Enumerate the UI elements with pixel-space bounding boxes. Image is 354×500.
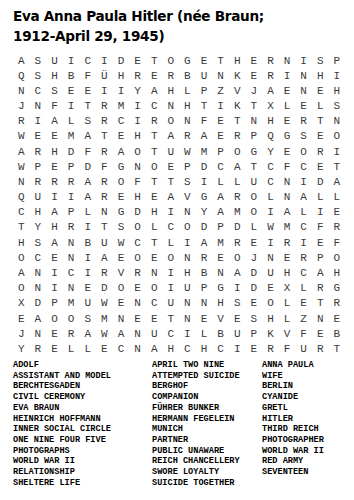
grid-cell-r4c5[interactable]: T: [79, 99, 96, 114]
grid-cell-r6c1[interactable]: W: [13, 129, 30, 144]
grid-cell-r13c3[interactable]: A: [46, 235, 63, 250]
grid-cell-r4c6[interactable]: R: [96, 99, 113, 114]
grid-cell-r17c15[interactable]: E: [246, 296, 263, 311]
grid-cell-r16c14[interactable]: I: [229, 281, 246, 296]
grid-cell-r10c18[interactable]: A: [295, 190, 312, 205]
grid-cell-r12c7[interactable]: S: [113, 220, 130, 235]
grid-cell-r3c1[interactable]: N: [13, 83, 30, 98]
grid-cell-r9c6[interactable]: R: [96, 174, 113, 189]
grid-cell-r15c14[interactable]: A: [229, 265, 246, 280]
grid-cell-r2c1[interactable]: Q: [13, 68, 30, 83]
grid-cell-r15c12[interactable]: B: [196, 265, 213, 280]
grid-cell-r13c10[interactable]: L: [162, 235, 179, 250]
grid-cell-r7c18[interactable]: O: [295, 144, 312, 159]
grid-cell-r1c11[interactable]: G: [179, 53, 196, 68]
grid-cell-r19c20[interactable]: B: [329, 326, 346, 341]
grid-cell-r2c12[interactable]: U: [196, 68, 213, 83]
grid-cell-r17c14[interactable]: S: [229, 296, 246, 311]
grid-cell-r14c19[interactable]: P: [312, 250, 329, 265]
grid-cell-r20c2[interactable]: R: [30, 341, 47, 356]
grid-cell-r1c9[interactable]: T: [146, 53, 163, 68]
grid-cell-r5c10[interactable]: O: [162, 114, 179, 129]
grid-cell-r11c19[interactable]: I: [312, 205, 329, 220]
grid-cell-r19c8[interactable]: N: [129, 326, 146, 341]
grid-cell-r19c3[interactable]: E: [46, 326, 63, 341]
grid-cell-r12c15[interactable]: L: [246, 220, 263, 235]
grid-cell-r3c5[interactable]: E: [79, 83, 96, 98]
grid-cell-r8c17[interactable]: F: [279, 159, 296, 174]
grid-cell-r5c11[interactable]: N: [179, 114, 196, 129]
grid-cell-r8c12[interactable]: D: [196, 159, 213, 174]
grid-cell-r18c18[interactable]: Z: [295, 311, 312, 326]
grid-cell-r12c20[interactable]: R: [329, 220, 346, 235]
grid-cell-r1c12[interactable]: E: [196, 53, 213, 68]
grid-cell-r2c18[interactable]: N: [295, 68, 312, 83]
grid-cell-r14c2[interactable]: C: [30, 250, 47, 265]
grid-cell-r16c9[interactable]: O: [146, 281, 163, 296]
grid-cell-r13c1[interactable]: H: [13, 235, 30, 250]
grid-cell-r2c8[interactable]: R: [129, 68, 146, 83]
grid-cell-r14c6[interactable]: A: [96, 250, 113, 265]
grid-cell-r17c20[interactable]: R: [329, 296, 346, 311]
grid-cell-r19c19[interactable]: E: [312, 326, 329, 341]
grid-cell-r3c13[interactable]: Z: [212, 83, 229, 98]
grid-cell-r9c4[interactable]: R: [63, 174, 80, 189]
grid-cell-r8c14[interactable]: A: [229, 159, 246, 174]
grid-cell-r20c14[interactable]: I: [229, 341, 246, 356]
grid-cell-r3c17[interactable]: E: [279, 83, 296, 98]
grid-cell-r6c5[interactable]: A: [79, 129, 96, 144]
grid-cell-r15c1[interactable]: A: [13, 265, 30, 280]
grid-cell-r19c5[interactable]: A: [79, 326, 96, 341]
grid-cell-r4c4[interactable]: I: [63, 99, 80, 114]
grid-cell-r8c6[interactable]: F: [96, 159, 113, 174]
grid-cell-r2c10[interactable]: R: [162, 68, 179, 83]
grid-cell-r19c9[interactable]: U: [146, 326, 163, 341]
grid-cell-r16c16[interactable]: E: [262, 281, 279, 296]
grid-cell-r1c19[interactable]: S: [312, 53, 329, 68]
grid-cell-r16c6[interactable]: D: [96, 281, 113, 296]
grid-cell-r16c10[interactable]: I: [162, 281, 179, 296]
grid-cell-r12c5[interactable]: I: [79, 220, 96, 235]
grid-cell-r9c7[interactable]: O: [113, 174, 130, 189]
grid-cell-r15c9[interactable]: N: [146, 265, 163, 280]
grid-cell-r6c16[interactable]: Q: [262, 129, 279, 144]
grid-cell-r11c18[interactable]: L: [295, 205, 312, 220]
grid-cell-r20c6[interactable]: E: [96, 341, 113, 356]
grid-cell-r9c1[interactable]: N: [13, 174, 30, 189]
grid-cell-r5c12[interactable]: F: [196, 114, 213, 129]
grid-cell-r10c19[interactable]: L: [312, 190, 329, 205]
grid-cell-r15c15[interactable]: D: [246, 265, 263, 280]
grid-cell-r4c18[interactable]: E: [295, 99, 312, 114]
grid-cell-r6c6[interactable]: T: [96, 129, 113, 144]
grid-cell-r16c12[interactable]: P: [196, 281, 213, 296]
grid-cell-r15c13[interactable]: N: [212, 265, 229, 280]
grid-cell-r7c1[interactable]: A: [13, 144, 30, 159]
grid-cell-r16c20[interactable]: G: [329, 281, 346, 296]
grid-cell-r7c14[interactable]: O: [229, 144, 246, 159]
grid-cell-r4c14[interactable]: K: [229, 99, 246, 114]
grid-cell-r2c9[interactable]: E: [146, 68, 163, 83]
grid-cell-r19c1[interactable]: J: [13, 326, 30, 341]
grid-cell-r12c10[interactable]: C: [162, 220, 179, 235]
grid-cell-r17c11[interactable]: N: [179, 296, 196, 311]
grid-cell-r12c19[interactable]: F: [312, 220, 329, 235]
grid-cell-r5c2[interactable]: I: [30, 114, 47, 129]
grid-cell-r20c9[interactable]: A: [146, 341, 163, 356]
grid-cell-r10c2[interactable]: U: [30, 190, 47, 205]
grid-cell-r3c16[interactable]: A: [262, 83, 279, 98]
grid-cell-r20c4[interactable]: L: [63, 341, 80, 356]
grid-cell-r8c11[interactable]: P: [179, 159, 196, 174]
grid-cell-r6c9[interactable]: T: [146, 129, 163, 144]
grid-cell-r10c10[interactable]: A: [162, 190, 179, 205]
grid-cell-r16c11[interactable]: U: [179, 281, 196, 296]
grid-cell-r14c8[interactable]: O: [129, 250, 146, 265]
grid-cell-r2c4[interactable]: B: [63, 68, 80, 83]
grid-cell-r18c17[interactable]: L: [279, 311, 296, 326]
grid-cell-r13c4[interactable]: N: [63, 235, 80, 250]
grid-cell-r1c5[interactable]: C: [79, 53, 96, 68]
grid-cell-r5c17[interactable]: E: [279, 114, 296, 129]
grid-cell-r18c8[interactable]: E: [129, 311, 146, 326]
grid-cell-r2c20[interactable]: I: [329, 68, 346, 83]
grid-cell-r14c3[interactable]: E: [46, 250, 63, 265]
grid-cell-r4c11[interactable]: H: [179, 99, 196, 114]
grid-cell-r5c3[interactable]: A: [46, 114, 63, 129]
grid-cell-r12c18[interactable]: C: [295, 220, 312, 235]
grid-cell-r14c9[interactable]: E: [146, 250, 163, 265]
grid-cell-r20c19[interactable]: R: [312, 341, 329, 356]
grid-cell-r20c11[interactable]: C: [179, 341, 196, 356]
grid-cell-r8c20[interactable]: T: [329, 159, 346, 174]
grid-cell-r9c9[interactable]: T: [146, 174, 163, 189]
grid-cell-r19c15[interactable]: P: [246, 326, 263, 341]
grid-cell-r5c5[interactable]: S: [79, 114, 96, 129]
grid-cell-r11c3[interactable]: A: [46, 205, 63, 220]
grid-cell-r10c9[interactable]: E: [146, 190, 163, 205]
grid-cell-r11c2[interactable]: H: [30, 205, 47, 220]
grid-cell-r15c8[interactable]: R: [129, 265, 146, 280]
grid-cell-r20c7[interactable]: C: [113, 341, 130, 356]
grid-cell-r18c15[interactable]: S: [246, 311, 263, 326]
grid-cell-r16c1[interactable]: O: [13, 281, 30, 296]
grid-cell-r4c17[interactable]: L: [279, 99, 296, 114]
grid-cell-r6c11[interactable]: R: [179, 129, 196, 144]
grid-cell-r4c20[interactable]: S: [329, 99, 346, 114]
grid-cell-r16c17[interactable]: X: [279, 281, 296, 296]
grid-cell-r1c16[interactable]: R: [262, 53, 279, 68]
grid-cell-r1c7[interactable]: D: [113, 53, 130, 68]
grid-cell-r18c1[interactable]: E: [13, 311, 30, 326]
grid-cell-r17c10[interactable]: U: [162, 296, 179, 311]
grid-cell-r13c9[interactable]: T: [146, 235, 163, 250]
grid-cell-r7c5[interactable]: F: [79, 144, 96, 159]
grid-cell-r4c13[interactable]: I: [212, 99, 229, 114]
grid-cell-r6c19[interactable]: E: [312, 129, 329, 144]
grid-cell-r18c7[interactable]: N: [113, 311, 130, 326]
grid-cell-r1c18[interactable]: I: [295, 53, 312, 68]
grid-cell-r11c8[interactable]: D: [129, 205, 146, 220]
grid-cell-r4c3[interactable]: F: [46, 99, 63, 114]
grid-cell-r7c19[interactable]: R: [312, 144, 329, 159]
grid-cell-r10c15[interactable]: O: [246, 190, 263, 205]
grid-cell-r2c11[interactable]: B: [179, 68, 196, 83]
grid-cell-r9c3[interactable]: R: [46, 174, 63, 189]
grid-cell-r14c10[interactable]: O: [162, 250, 179, 265]
grid-cell-r4c7[interactable]: M: [113, 99, 130, 114]
grid-cell-r13c13[interactable]: M: [212, 235, 229, 250]
grid-cell-r7c12[interactable]: M: [196, 144, 213, 159]
grid-cell-r12c11[interactable]: O: [179, 220, 196, 235]
grid-cell-r6c13[interactable]: E: [212, 129, 229, 144]
grid-cell-r3c15[interactable]: J: [246, 83, 263, 98]
grid-cell-r17c16[interactable]: O: [262, 296, 279, 311]
grid-cell-r3c11[interactable]: L: [179, 83, 196, 98]
grid-cell-r18c12[interactable]: E: [196, 311, 213, 326]
grid-cell-r9c10[interactable]: T: [162, 174, 179, 189]
grid-cell-r9c5[interactable]: A: [79, 174, 96, 189]
grid-cell-r8c9[interactable]: O: [146, 159, 163, 174]
grid-cell-r14c18[interactable]: R: [295, 250, 312, 265]
grid-cell-r17c17[interactable]: L: [279, 296, 296, 311]
grid-cell-r19c18[interactable]: F: [295, 326, 312, 341]
grid-cell-r16c7[interactable]: O: [113, 281, 130, 296]
grid-cell-r9c13[interactable]: L: [212, 174, 229, 189]
grid-cell-r8c10[interactable]: E: [162, 159, 179, 174]
grid-cell-r14c16[interactable]: N: [262, 250, 279, 265]
grid-cell-r13c5[interactable]: B: [79, 235, 96, 250]
grid-cell-r11c9[interactable]: H: [146, 205, 163, 220]
grid-cell-r13c17[interactable]: R: [279, 235, 296, 250]
grid-cell-r14c12[interactable]: R: [196, 250, 213, 265]
grid-cell-r12c6[interactable]: T: [96, 220, 113, 235]
grid-cell-r11c6[interactable]: N: [96, 205, 113, 220]
grid-cell-r18c2[interactable]: A: [30, 311, 47, 326]
grid-cell-r7c16[interactable]: Y: [262, 144, 279, 159]
grid-cell-r8c18[interactable]: C: [295, 159, 312, 174]
grid-cell-r10c14[interactable]: R: [229, 190, 246, 205]
grid-cell-r4c19[interactable]: L: [312, 99, 329, 114]
grid-cell-r8c1[interactable]: W: [13, 159, 30, 174]
grid-cell-r9c20[interactable]: A: [329, 174, 346, 189]
grid-cell-r14c1[interactable]: O: [13, 250, 30, 265]
grid-cell-r16c13[interactable]: G: [212, 281, 229, 296]
grid-cell-r18c16[interactable]: H: [262, 311, 279, 326]
grid-cell-r4c2[interactable]: N: [30, 99, 47, 114]
grid-cell-r20c18[interactable]: U: [295, 341, 312, 356]
grid-cell-r6c8[interactable]: H: [129, 129, 146, 144]
grid-cell-r10c13[interactable]: A: [212, 190, 229, 205]
grid-cell-r1c10[interactable]: O: [162, 53, 179, 68]
grid-cell-r5c9[interactable]: R: [146, 114, 163, 129]
grid-cell-r20c15[interactable]: E: [246, 341, 263, 356]
grid-cell-r15c5[interactable]: I: [79, 265, 96, 280]
grid-cell-r4c9[interactable]: C: [146, 99, 163, 114]
grid-cell-r15c3[interactable]: I: [46, 265, 63, 280]
grid-cell-r5c1[interactable]: R: [13, 114, 30, 129]
grid-cell-r14c14[interactable]: O: [229, 250, 246, 265]
grid-cell-r15c2[interactable]: N: [30, 265, 47, 280]
grid-cell-r10c5[interactable]: A: [79, 190, 96, 205]
grid-cell-r12c3[interactable]: H: [46, 220, 63, 235]
grid-cell-r2c3[interactable]: H: [46, 68, 63, 83]
grid-cell-r5c8[interactable]: I: [129, 114, 146, 129]
grid-cell-r13c14[interactable]: R: [229, 235, 246, 250]
grid-cell-r19c14[interactable]: U: [229, 326, 246, 341]
grid-cell-r5c4[interactable]: L: [63, 114, 80, 129]
grid-cell-r19c13[interactable]: B: [212, 326, 229, 341]
grid-cell-r16c2[interactable]: N: [30, 281, 47, 296]
grid-cell-r18c19[interactable]: N: [312, 311, 329, 326]
grid-cell-r10c6[interactable]: R: [96, 190, 113, 205]
grid-cell-r19c16[interactable]: K: [262, 326, 279, 341]
grid-cell-r4c10[interactable]: N: [162, 99, 179, 114]
grid-cell-r6c18[interactable]: S: [295, 129, 312, 144]
grid-cell-r12c17[interactable]: M: [279, 220, 296, 235]
grid-cell-r6c2[interactable]: E: [30, 129, 47, 144]
grid-cell-r13c16[interactable]: I: [262, 235, 279, 250]
grid-cell-r11c1[interactable]: C: [13, 205, 30, 220]
grid-cell-r17c1[interactable]: X: [13, 296, 30, 311]
grid-cell-r17c6[interactable]: W: [96, 296, 113, 311]
grid-cell-r18c14[interactable]: E: [229, 311, 246, 326]
grid-cell-r13c12[interactable]: A: [196, 235, 213, 250]
grid-cell-r16c8[interactable]: E: [129, 281, 146, 296]
grid-cell-r2c14[interactable]: K: [229, 68, 246, 83]
grid-cell-r17c19[interactable]: T: [312, 296, 329, 311]
grid-cell-r14c7[interactable]: E: [113, 250, 130, 265]
grid-cell-r1c15[interactable]: E: [246, 53, 263, 68]
grid-cell-r17c3[interactable]: P: [46, 296, 63, 311]
grid-cell-r8c19[interactable]: E: [312, 159, 329, 174]
grid-cell-r3c9[interactable]: A: [146, 83, 163, 98]
grid-cell-r19c6[interactable]: W: [96, 326, 113, 341]
grid-cell-r7c13[interactable]: P: [212, 144, 229, 159]
grid-cell-r1c13[interactable]: T: [212, 53, 229, 68]
grid-cell-r4c15[interactable]: T: [246, 99, 263, 114]
grid-cell-r19c12[interactable]: L: [196, 326, 213, 341]
grid-cell-r8c3[interactable]: E: [46, 159, 63, 174]
grid-cell-r2c13[interactable]: N: [212, 68, 229, 83]
grid-cell-r9c17[interactable]: N: [279, 174, 296, 189]
grid-cell-r1c14[interactable]: H: [229, 53, 246, 68]
grid-cell-r15c7[interactable]: V: [113, 265, 130, 280]
grid-cell-r13c6[interactable]: U: [96, 235, 113, 250]
grid-cell-r12c4[interactable]: R: [63, 220, 80, 235]
grid-cell-r6c12[interactable]: A: [196, 129, 213, 144]
grid-cell-r12c14[interactable]: D: [229, 220, 246, 235]
grid-cell-r7c20[interactable]: I: [329, 144, 346, 159]
grid-cell-r3c12[interactable]: P: [196, 83, 213, 98]
grid-cell-r12c1[interactable]: T: [13, 220, 30, 235]
grid-cell-r16c3[interactable]: I: [46, 281, 63, 296]
grid-cell-r6c10[interactable]: A: [162, 129, 179, 144]
grid-cell-r3c3[interactable]: S: [46, 83, 63, 98]
grid-cell-r19c4[interactable]: R: [63, 326, 80, 341]
grid-cell-r10c1[interactable]: Q: [13, 190, 30, 205]
grid-cell-r7c10[interactable]: U: [162, 144, 179, 159]
grid-cell-r10c20[interactable]: L: [329, 190, 346, 205]
grid-cell-r5c18[interactable]: R: [295, 114, 312, 129]
grid-cell-r16c4[interactable]: N: [63, 281, 80, 296]
grid-cell-r16c19[interactable]: R: [312, 281, 329, 296]
grid-cell-r8c13[interactable]: C: [212, 159, 229, 174]
grid-cell-r11c17[interactable]: A: [279, 205, 296, 220]
grid-cell-r5c6[interactable]: R: [96, 114, 113, 129]
grid-cell-r7c3[interactable]: H: [46, 144, 63, 159]
grid-cell-r19c11[interactable]: I: [179, 326, 196, 341]
grid-cell-r5c14[interactable]: T: [229, 114, 246, 129]
grid-cell-r9c12[interactable]: I: [196, 174, 213, 189]
grid-cell-r9c2[interactable]: R: [30, 174, 47, 189]
grid-cell-r4c16[interactable]: X: [262, 99, 279, 114]
grid-cell-r3c20[interactable]: H: [329, 83, 346, 98]
grid-cell-r20c16[interactable]: R: [262, 341, 279, 356]
grid-cell-r20c1[interactable]: Y: [13, 341, 30, 356]
grid-cell-r17c12[interactable]: N: [196, 296, 213, 311]
grid-cell-r2c6[interactable]: Ü: [96, 68, 113, 83]
grid-cell-r14c4[interactable]: N: [63, 250, 80, 265]
grid-cell-r19c7[interactable]: A: [113, 326, 130, 341]
grid-cell-r9c15[interactable]: U: [246, 174, 263, 189]
grid-cell-r14c15[interactable]: J: [246, 250, 263, 265]
grid-cell-r3c2[interactable]: C: [30, 83, 47, 98]
grid-cell-r18c5[interactable]: S: [79, 311, 96, 326]
grid-cell-r17c18[interactable]: E: [295, 296, 312, 311]
grid-cell-r11c16[interactable]: I: [262, 205, 279, 220]
grid-cell-r14c11[interactable]: N: [179, 250, 196, 265]
grid-cell-r20c20[interactable]: T: [329, 341, 346, 356]
grid-cell-r3c18[interactable]: N: [295, 83, 312, 98]
grid-cell-r12c8[interactable]: O: [129, 220, 146, 235]
word-search-grid[interactable]: ASUICIDETOGETHERNISPQSHBFÜHRERBUNKERINHI…: [13, 53, 345, 356]
grid-cell-r20c17[interactable]: F: [279, 341, 296, 356]
grid-cell-r13c18[interactable]: I: [295, 235, 312, 250]
grid-cell-r17c2[interactable]: D: [30, 296, 47, 311]
grid-cell-r20c3[interactable]: E: [46, 341, 63, 356]
grid-cell-r17c8[interactable]: N: [129, 296, 146, 311]
grid-cell-r13c11[interactable]: I: [179, 235, 196, 250]
grid-cell-r5c16[interactable]: H: [262, 114, 279, 129]
grid-cell-r8c7[interactable]: G: [113, 159, 130, 174]
grid-cell-r4c1[interactable]: J: [13, 99, 30, 114]
grid-cell-r18c13[interactable]: V: [212, 311, 229, 326]
grid-cell-r9c19[interactable]: D: [312, 174, 329, 189]
grid-cell-r2c19[interactable]: H: [312, 68, 329, 83]
grid-cell-r5c7[interactable]: C: [113, 114, 130, 129]
grid-cell-r14c20[interactable]: O: [329, 250, 346, 265]
grid-cell-r5c15[interactable]: N: [246, 114, 263, 129]
grid-cell-r7c11[interactable]: W: [179, 144, 196, 159]
grid-cell-r11c4[interactable]: P: [63, 205, 80, 220]
grid-cell-r15c17[interactable]: H: [279, 265, 296, 280]
grid-cell-r6c14[interactable]: R: [229, 129, 246, 144]
grid-cell-r18c9[interactable]: E: [146, 311, 163, 326]
grid-cell-r3c6[interactable]: I: [96, 83, 113, 98]
grid-cell-r10c4[interactable]: I: [63, 190, 80, 205]
grid-cell-r20c10[interactable]: H: [162, 341, 179, 356]
grid-cell-r11c14[interactable]: M: [229, 205, 246, 220]
grid-cell-r1c8[interactable]: E: [129, 53, 146, 68]
grid-cell-r11c15[interactable]: O: [246, 205, 263, 220]
grid-cell-r16c5[interactable]: E: [79, 281, 96, 296]
grid-cell-r19c2[interactable]: N: [30, 326, 47, 341]
grid-cell-r1c17[interactable]: N: [279, 53, 296, 68]
grid-cell-r7c4[interactable]: D: [63, 144, 80, 159]
grid-cell-r7c7[interactable]: A: [113, 144, 130, 159]
